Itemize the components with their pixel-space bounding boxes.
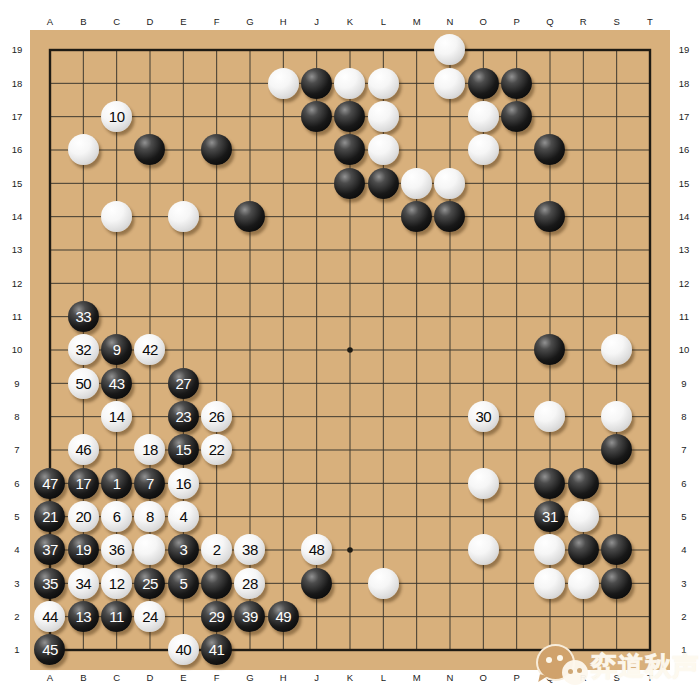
stone-B5: 20 [68, 501, 99, 532]
stone-N19 [434, 34, 465, 65]
stone-A3: 35 [34, 568, 65, 599]
stone-B10: 32 [68, 334, 99, 365]
row-label: 15 [673, 167, 695, 200]
column-label: M [400, 669, 433, 685]
row-label: 11 [673, 300, 695, 333]
stone-A6: 47 [34, 468, 65, 499]
stone-D6: 7 [134, 468, 165, 499]
stone-K18 [334, 68, 365, 99]
move-number: 33 [75, 309, 91, 324]
stone-A4: 37 [34, 534, 65, 565]
column-label: L [367, 669, 400, 685]
move-number: 39 [242, 609, 258, 624]
column-label: R [567, 669, 600, 685]
column-label: O [467, 13, 500, 29]
move-number: 17 [75, 476, 91, 491]
row-label: 11 [7, 300, 27, 333]
stone-E6: 16 [168, 468, 199, 499]
move-number: 9 [113, 342, 121, 357]
column-label: N [433, 13, 466, 29]
column-label: A [33, 669, 66, 685]
column-label: Q [533, 13, 566, 29]
row-label: 8 [7, 400, 27, 433]
move-number: 47 [42, 476, 58, 491]
column-label: J [300, 669, 333, 685]
stone-N14 [434, 201, 465, 232]
stone-E14 [168, 201, 199, 232]
stone-L15 [368, 168, 399, 199]
stone-D5: 8 [134, 501, 165, 532]
move-number: 40 [175, 642, 191, 657]
column-label: P [500, 669, 533, 685]
stones-grid: 1033329425043271423263046181522471717162… [33, 33, 666, 666]
column-label: H [267, 669, 300, 685]
stone-B6: 17 [68, 468, 99, 499]
column-label: Q [533, 669, 566, 685]
stone-A2: 44 [34, 601, 65, 632]
row-label: 4 [7, 533, 27, 566]
stone-B3: 34 [68, 568, 99, 599]
stone-O17 [468, 101, 499, 132]
move-number: 3 [179, 542, 187, 557]
move-number: 50 [75, 376, 91, 391]
stone-N18 [434, 68, 465, 99]
stone-O4 [468, 534, 499, 565]
move-number: 28 [242, 576, 258, 591]
stone-K15 [334, 168, 365, 199]
move-number: 37 [42, 542, 58, 557]
stone-C5: 6 [101, 501, 132, 532]
stone-O18 [468, 68, 499, 99]
stone-J3 [301, 568, 332, 599]
move-number: 12 [109, 576, 125, 591]
stone-B16 [68, 134, 99, 165]
stone-B7: 46 [68, 434, 99, 465]
stone-B2: 13 [68, 601, 99, 632]
stone-L17 [368, 101, 399, 132]
stone-D7: 18 [134, 434, 165, 465]
stone-C2: 11 [101, 601, 132, 632]
move-number: 10 [109, 109, 125, 124]
stone-B9: 50 [68, 368, 99, 399]
stone-O6 [468, 468, 499, 499]
column-label: M [400, 13, 433, 29]
move-number: 20 [75, 509, 91, 524]
stone-Q16 [534, 134, 565, 165]
stone-S10 [601, 334, 632, 365]
move-number: 14 [109, 409, 125, 424]
stone-O8: 30 [468, 401, 499, 432]
column-label: F [200, 13, 233, 29]
move-number: 1 [113, 476, 121, 491]
move-number: 25 [142, 576, 158, 591]
stone-E8: 23 [168, 401, 199, 432]
stone-H18 [268, 68, 299, 99]
stone-K16 [334, 134, 365, 165]
column-label: N [433, 669, 466, 685]
move-number: 16 [175, 476, 191, 491]
column-label: C [100, 13, 133, 29]
stone-E3: 5 [168, 568, 199, 599]
row-label: 6 [673, 467, 695, 500]
move-number: 32 [75, 342, 91, 357]
stone-R6 [568, 468, 599, 499]
row-label: 10 [7, 333, 27, 366]
move-number: 49 [275, 609, 291, 624]
stone-B11: 33 [68, 301, 99, 332]
stone-K17 [334, 101, 365, 132]
stone-Q4 [534, 534, 565, 565]
move-number: 27 [175, 376, 191, 391]
row-label: 15 [7, 167, 27, 200]
column-label: E [167, 669, 200, 685]
move-number: 38 [242, 542, 258, 557]
stone-F4: 2 [201, 534, 232, 565]
stone-D4 [134, 534, 165, 565]
column-label: T [633, 669, 666, 685]
move-number: 13 [75, 609, 91, 624]
column-label: S [600, 13, 633, 29]
stone-C14 [101, 201, 132, 232]
row-label: 5 [673, 500, 695, 533]
row-label: 18 [7, 67, 27, 100]
move-number: 35 [42, 576, 58, 591]
move-number: 30 [475, 409, 491, 424]
stone-F3 [201, 568, 232, 599]
move-number: 46 [75, 442, 91, 457]
stone-J17 [301, 101, 332, 132]
stone-C10: 9 [101, 334, 132, 365]
stone-Q10 [534, 334, 565, 365]
stone-Q8 [534, 401, 565, 432]
move-number: 26 [209, 409, 225, 424]
column-label: K [333, 669, 366, 685]
stone-E9: 27 [168, 368, 199, 399]
stone-P17 [501, 101, 532, 132]
move-number: 7 [146, 476, 154, 491]
row-labels-right: 19181716151413121110987654321 [673, 33, 695, 666]
column-labels-bottom: ABCDEFGHJKLMNOPQRST [33, 669, 666, 685]
stone-S4 [601, 534, 632, 565]
move-number: 42 [142, 342, 158, 357]
stone-E1: 40 [168, 634, 199, 665]
stone-M15 [401, 168, 432, 199]
move-number: 21 [42, 509, 58, 524]
stone-C4: 36 [101, 534, 132, 565]
stone-Q6 [534, 468, 565, 499]
stone-G3: 28 [234, 568, 265, 599]
stone-O16 [468, 134, 499, 165]
stone-P18 [501, 68, 532, 99]
stone-S8 [601, 401, 632, 432]
column-label: E [167, 13, 200, 29]
stone-F1: 41 [201, 634, 232, 665]
row-label: 7 [7, 433, 27, 466]
stone-D10: 42 [134, 334, 165, 365]
column-label: F [200, 669, 233, 685]
stone-J18 [301, 68, 332, 99]
row-label: 18 [673, 67, 695, 100]
column-label: K [333, 13, 366, 29]
row-label: 3 [673, 567, 695, 600]
column-label: G [233, 669, 266, 685]
go-board-diagram: ABCDEFGHJKLMNOPQRST ABCDEFGHJKLMNOPQRST … [0, 0, 700, 700]
column-label: A [33, 13, 66, 29]
row-label: 1 [7, 633, 27, 666]
row-label: 9 [673, 367, 695, 400]
column-label: T [633, 13, 666, 29]
stone-Q14 [534, 201, 565, 232]
column-label: B [67, 669, 100, 685]
stone-L16 [368, 134, 399, 165]
row-label: 14 [673, 200, 695, 233]
stone-M14 [401, 201, 432, 232]
row-label: 13 [7, 233, 27, 266]
stone-Q3 [534, 568, 565, 599]
move-number: 24 [142, 609, 158, 624]
stone-R5 [568, 501, 599, 532]
stone-N15 [434, 168, 465, 199]
column-label: L [367, 13, 400, 29]
stone-S7 [601, 434, 632, 465]
move-number: 11 [109, 609, 124, 624]
column-label: P [500, 13, 533, 29]
row-label: 4 [673, 533, 695, 566]
stone-F16 [201, 134, 232, 165]
row-label: 6 [7, 467, 27, 500]
column-label: D [133, 669, 166, 685]
stone-R4 [568, 534, 599, 565]
move-number: 45 [42, 642, 58, 657]
move-number: 4 [179, 509, 187, 524]
move-number: 31 [542, 509, 558, 524]
row-label: 2 [7, 600, 27, 633]
row-label: 12 [7, 267, 27, 300]
row-label: 19 [673, 33, 695, 66]
move-number: 36 [109, 542, 125, 557]
move-number: 5 [179, 576, 187, 591]
row-label: 14 [7, 200, 27, 233]
move-number: 2 [213, 542, 221, 557]
stone-F8: 26 [201, 401, 232, 432]
row-label: 17 [7, 100, 27, 133]
column-label: C [100, 669, 133, 685]
row-label: 9 [7, 367, 27, 400]
move-number: 15 [175, 442, 191, 457]
stone-J4: 48 [301, 534, 332, 565]
stone-F7: 22 [201, 434, 232, 465]
stone-D16 [134, 134, 165, 165]
stone-E7: 15 [168, 434, 199, 465]
row-label: 13 [673, 233, 695, 266]
row-label: 19 [7, 33, 27, 66]
move-number: 34 [75, 576, 91, 591]
column-label: B [67, 13, 100, 29]
stone-A5: 21 [34, 501, 65, 532]
column-label: O [467, 669, 500, 685]
move-number: 8 [146, 509, 154, 524]
goban: 1033329425043271423263046181522471717162… [30, 30, 670, 670]
row-label: 12 [673, 267, 695, 300]
move-number: 29 [209, 609, 225, 624]
row-label: 8 [673, 400, 695, 433]
stone-R3 [568, 568, 599, 599]
row-label: 7 [673, 433, 695, 466]
row-labels-left: 19181716151413121110987654321 [7, 33, 27, 666]
column-label: G [233, 13, 266, 29]
stone-H2: 49 [268, 601, 299, 632]
stone-G2: 39 [234, 601, 265, 632]
stone-E5: 4 [168, 501, 199, 532]
stone-L18 [368, 68, 399, 99]
column-label: J [300, 13, 333, 29]
row-label: 17 [673, 100, 695, 133]
stone-C9: 43 [101, 368, 132, 399]
move-number: 48 [309, 542, 325, 557]
move-number: 41 [209, 642, 225, 657]
stone-E4: 3 [168, 534, 199, 565]
move-number: 44 [42, 609, 58, 624]
stone-G14 [234, 201, 265, 232]
stone-D2: 24 [134, 601, 165, 632]
stone-C3: 12 [101, 568, 132, 599]
row-label: 16 [7, 133, 27, 166]
move-number: 43 [109, 376, 125, 391]
column-label: R [567, 13, 600, 29]
column-label: S [600, 669, 633, 685]
row-label: 2 [673, 600, 695, 633]
row-label: 3 [7, 567, 27, 600]
stone-F2: 29 [201, 601, 232, 632]
move-number: 18 [142, 442, 158, 457]
stone-C17: 10 [101, 101, 132, 132]
stone-D3: 25 [134, 568, 165, 599]
stone-G4: 38 [234, 534, 265, 565]
stone-B4: 19 [68, 534, 99, 565]
move-number: 22 [209, 442, 225, 457]
stone-L3 [368, 568, 399, 599]
row-label: 5 [7, 500, 27, 533]
stone-Q5: 31 [534, 501, 565, 532]
stone-C6: 1 [101, 468, 132, 499]
move-number: 6 [113, 509, 121, 524]
move-number: 19 [75, 542, 91, 557]
row-label: 10 [673, 333, 695, 366]
stone-S3 [601, 568, 632, 599]
move-number: 23 [175, 409, 191, 424]
stone-A1: 45 [34, 634, 65, 665]
column-label: D [133, 13, 166, 29]
stone-C8: 14 [101, 401, 132, 432]
column-labels-top: ABCDEFGHJKLMNOPQRST [33, 13, 666, 29]
row-label: 1 [673, 633, 695, 666]
row-label: 16 [673, 133, 695, 166]
column-label: H [267, 13, 300, 29]
